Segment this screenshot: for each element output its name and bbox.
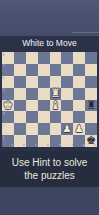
divider-line: [72, 32, 99, 33]
app-screen: White to Move 8765♜4♚♝♜32♟♟1abcdefgh♚ Us…: [0, 0, 99, 215]
square-d3[interactable]: [38, 111, 50, 123]
file-label: e: [59, 143, 61, 147]
square-a6[interactable]: 6: [2, 76, 14, 88]
rank-label: 5: [3, 88, 5, 92]
square-a4[interactable]: 4♚: [2, 100, 14, 112]
square-g7[interactable]: [73, 64, 85, 76]
square-h8[interactable]: [85, 52, 97, 64]
rank-label: 2: [3, 124, 5, 128]
square-g6[interactable]: [73, 76, 85, 88]
square-h4[interactable]: ♜: [85, 100, 97, 112]
square-g2[interactable]: ♟: [73, 123, 85, 135]
square-d8[interactable]: [38, 52, 50, 64]
square-e3[interactable]: [50, 111, 62, 123]
footer-background: [0, 187, 99, 215]
square-f4[interactable]: [61, 100, 73, 112]
square-d4[interactable]: [38, 100, 50, 112]
square-h1[interactable]: h♚: [85, 135, 97, 147]
black-rook[interactable]: ♜: [85, 100, 97, 112]
square-d2[interactable]: [38, 123, 50, 135]
square-a1[interactable]: 1a: [2, 135, 14, 147]
file-label: g: [82, 143, 84, 147]
square-d7[interactable]: [38, 64, 50, 76]
chess-board[interactable]: 8765♜4♚♝♜32♟♟1abcdefgh♚: [2, 52, 97, 147]
rank-label: 1: [3, 136, 5, 140]
white-pawn[interactable]: ♟: [73, 123, 85, 135]
square-f1[interactable]: f: [61, 135, 73, 147]
square-f6[interactable]: [61, 76, 73, 88]
square-h6[interactable]: [85, 76, 97, 88]
banner-text-line2: the puzzles: [24, 170, 75, 181]
page-title: White to Move: [22, 39, 76, 48]
square-c8[interactable]: [26, 52, 38, 64]
rank-label: 7: [3, 64, 5, 68]
banner-text-line1: Use Hint to solve: [12, 157, 88, 168]
square-b5[interactable]: [14, 88, 26, 100]
square-g1[interactable]: g: [73, 135, 85, 147]
square-d5[interactable]: [38, 88, 50, 100]
square-f8[interactable]: [61, 52, 73, 64]
black-king[interactable]: ♚: [85, 135, 97, 147]
rank-label: 6: [3, 76, 5, 80]
square-b7[interactable]: [14, 64, 26, 76]
square-h3[interactable]: [85, 111, 97, 123]
square-c3[interactable]: [26, 111, 38, 123]
hint-banner: Use Hint to solve the puzzles: [0, 151, 99, 187]
square-a7[interactable]: 7: [2, 64, 14, 76]
square-e2[interactable]: [50, 123, 62, 135]
square-b8[interactable]: [14, 52, 26, 64]
square-c5[interactable]: [26, 88, 38, 100]
white-pawn[interactable]: ♟: [61, 123, 73, 135]
rank-label: 3: [3, 112, 5, 116]
square-b3[interactable]: [14, 111, 26, 123]
square-b2[interactable]: [14, 123, 26, 135]
file-label: c: [35, 143, 37, 147]
square-b1[interactable]: b: [14, 135, 26, 147]
square-f3[interactable]: [61, 111, 73, 123]
white-bishop[interactable]: ♝: [50, 100, 62, 112]
square-a2[interactable]: 2: [2, 123, 14, 135]
board-frame: 8765♜4♚♝♜32♟♟1abcdefgh♚: [0, 51, 99, 151]
square-f2[interactable]: ♟: [61, 123, 73, 135]
square-g5[interactable]: [73, 88, 85, 100]
square-d1[interactable]: d: [38, 135, 50, 147]
square-c4[interactable]: [26, 100, 38, 112]
square-c1[interactable]: c: [26, 135, 38, 147]
rank-label: 8: [3, 53, 5, 57]
square-g8[interactable]: [73, 52, 85, 64]
square-a8[interactable]: 8: [2, 52, 14, 64]
file-label: a: [11, 143, 13, 147]
square-e7[interactable]: [50, 64, 62, 76]
top-background: [0, 0, 99, 36]
square-f7[interactable]: [61, 64, 73, 76]
square-b4[interactable]: [14, 100, 26, 112]
square-e8[interactable]: [50, 52, 62, 64]
square-h7[interactable]: [85, 64, 97, 76]
square-c7[interactable]: [26, 64, 38, 76]
square-b6[interactable]: [14, 76, 26, 88]
square-f5[interactable]: [61, 88, 73, 100]
file-label: d: [47, 143, 49, 147]
white-king[interactable]: ♚: [2, 100, 14, 112]
square-c6[interactable]: [26, 76, 38, 88]
square-c2[interactable]: [26, 123, 38, 135]
square-e4[interactable]: ♝: [50, 100, 62, 112]
square-a3[interactable]: 3: [2, 111, 14, 123]
file-label: b: [23, 143, 25, 147]
square-e1[interactable]: e: [50, 135, 62, 147]
title-bar: White to Move: [0, 36, 99, 51]
square-g3[interactable]: [73, 111, 85, 123]
square-d6[interactable]: [38, 76, 50, 88]
square-g4[interactable]: [73, 100, 85, 112]
